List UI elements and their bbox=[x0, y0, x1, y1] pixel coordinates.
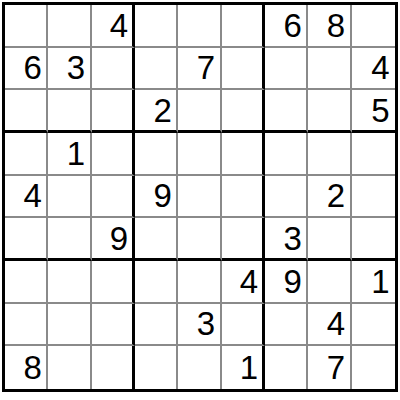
cell-r4c6[interactable] bbox=[222, 133, 265, 176]
cell-r2c1[interactable]: 6 bbox=[5, 48, 48, 91]
cell-r7c9[interactable]: 1 bbox=[352, 261, 395, 304]
cell-r8c5[interactable]: 3 bbox=[178, 304, 221, 347]
cell-r5c3[interactable] bbox=[92, 176, 135, 219]
cell-r3c2[interactable] bbox=[48, 90, 91, 133]
cell-r7c1[interactable] bbox=[5, 261, 48, 304]
cell-r7c2[interactable] bbox=[48, 261, 91, 304]
cell-r7c3[interactable] bbox=[92, 261, 135, 304]
cell-r3c5[interactable] bbox=[178, 90, 221, 133]
cell-r3c6[interactable] bbox=[222, 90, 265, 133]
cell-r1c1[interactable] bbox=[5, 5, 48, 48]
cell-r3c8[interactable] bbox=[308, 90, 351, 133]
cell-r5c1[interactable]: 4 bbox=[5, 176, 48, 219]
cell-r6c3[interactable]: 9 bbox=[92, 218, 135, 261]
cell-r8c2[interactable] bbox=[48, 304, 91, 347]
cell-r2c2[interactable]: 3 bbox=[48, 48, 91, 91]
cell-r2c8[interactable] bbox=[308, 48, 351, 91]
cell-r1c2[interactable] bbox=[48, 5, 91, 48]
cell-r1c4[interactable] bbox=[135, 5, 178, 48]
cell-r2c5[interactable]: 7 bbox=[178, 48, 221, 91]
cell-r4c5[interactable] bbox=[178, 133, 221, 176]
cell-r3c1[interactable] bbox=[5, 90, 48, 133]
cell-r2c3[interactable] bbox=[92, 48, 135, 91]
cell-r5c7[interactable] bbox=[265, 176, 308, 219]
cell-r3c9[interactable]: 5 bbox=[352, 90, 395, 133]
cell-r5c9[interactable] bbox=[352, 176, 395, 219]
cell-r1c3[interactable]: 4 bbox=[92, 5, 135, 48]
cell-r5c6[interactable] bbox=[222, 176, 265, 219]
cell-r5c8[interactable]: 2 bbox=[308, 176, 351, 219]
cell-r4c4[interactable] bbox=[135, 133, 178, 176]
cell-r1c5[interactable] bbox=[178, 5, 221, 48]
cell-r5c2[interactable] bbox=[48, 176, 91, 219]
cell-r6c4[interactable] bbox=[135, 218, 178, 261]
cell-r8c8[interactable]: 4 bbox=[308, 304, 351, 347]
cell-r3c7[interactable] bbox=[265, 90, 308, 133]
cell-r6c9[interactable] bbox=[352, 218, 395, 261]
cell-r8c6[interactable] bbox=[222, 304, 265, 347]
cell-r1c7[interactable]: 6 bbox=[265, 5, 308, 48]
cell-r5c4[interactable]: 9 bbox=[135, 176, 178, 219]
cell-r8c9[interactable] bbox=[352, 304, 395, 347]
cell-r5c5[interactable] bbox=[178, 176, 221, 219]
cell-r4c1[interactable] bbox=[5, 133, 48, 176]
cell-r9c8[interactable]: 7 bbox=[308, 346, 351, 389]
cell-r6c1[interactable] bbox=[5, 218, 48, 261]
cell-r6c2[interactable] bbox=[48, 218, 91, 261]
cell-r7c6[interactable]: 4 bbox=[222, 261, 265, 304]
cell-r8c3[interactable] bbox=[92, 304, 135, 347]
cell-r1c9[interactable] bbox=[352, 5, 395, 48]
cell-r9c4[interactable] bbox=[135, 346, 178, 389]
cell-r9c7[interactable] bbox=[265, 346, 308, 389]
cell-r1c8[interactable]: 8 bbox=[308, 5, 351, 48]
cell-r1c6[interactable] bbox=[222, 5, 265, 48]
cell-r2c4[interactable] bbox=[135, 48, 178, 91]
cell-r4c7[interactable] bbox=[265, 133, 308, 176]
cell-r2c9[interactable]: 4 bbox=[352, 48, 395, 91]
cell-r6c8[interactable] bbox=[308, 218, 351, 261]
cell-r7c5[interactable] bbox=[178, 261, 221, 304]
cell-r3c4[interactable]: 2 bbox=[135, 90, 178, 133]
cell-r9c9[interactable] bbox=[352, 346, 395, 389]
cell-r8c7[interactable] bbox=[265, 304, 308, 347]
cell-r2c7[interactable] bbox=[265, 48, 308, 91]
cell-r4c3[interactable] bbox=[92, 133, 135, 176]
cell-r6c7[interactable]: 3 bbox=[265, 218, 308, 261]
cell-r4c8[interactable] bbox=[308, 133, 351, 176]
cell-r9c5[interactable] bbox=[178, 346, 221, 389]
cell-r6c6[interactable] bbox=[222, 218, 265, 261]
cell-r4c2[interactable]: 1 bbox=[48, 133, 91, 176]
cell-r9c6[interactable]: 1 bbox=[222, 346, 265, 389]
cell-r9c3[interactable] bbox=[92, 346, 135, 389]
cell-r8c1[interactable] bbox=[5, 304, 48, 347]
cell-r8c4[interactable] bbox=[135, 304, 178, 347]
cell-r7c8[interactable] bbox=[308, 261, 351, 304]
cell-r7c7[interactable]: 9 bbox=[265, 261, 308, 304]
cell-r4c9[interactable] bbox=[352, 133, 395, 176]
cell-r3c3[interactable] bbox=[92, 90, 135, 133]
cell-r2c6[interactable] bbox=[222, 48, 265, 91]
cell-r7c4[interactable] bbox=[135, 261, 178, 304]
cell-r6c5[interactable] bbox=[178, 218, 221, 261]
cell-r9c2[interactable] bbox=[48, 346, 91, 389]
cell-r9c1[interactable]: 8 bbox=[5, 346, 48, 389]
sudoku-board: 46863742514929349134817 bbox=[2, 2, 398, 392]
